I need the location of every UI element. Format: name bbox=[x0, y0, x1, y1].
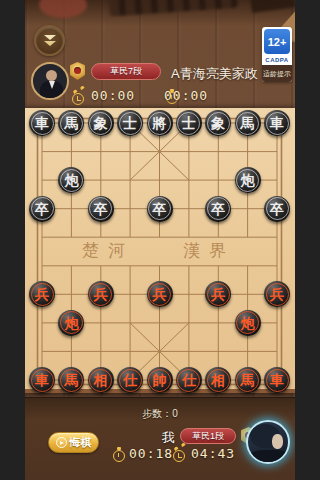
opponent-rank-medal-icon bbox=[70, 62, 85, 80]
piece-red-兵[interactable]: 兵 bbox=[147, 281, 173, 307]
avatar-head bbox=[46, 70, 57, 81]
age-rating-number: 12+ bbox=[264, 29, 290, 54]
piece-red-炮[interactable]: 炮 bbox=[58, 310, 84, 336]
piece-black-卒[interactable]: 卒 bbox=[88, 196, 114, 222]
game-screen: 12+ CADPA 适龄提示 草民7段 A青海亮美家政 00:00 00:00 bbox=[25, 0, 295, 480]
piece-red-車[interactable]: 車 bbox=[264, 367, 290, 393]
piece-black-將[interactable]: 將 bbox=[147, 110, 173, 136]
piece-red-帥[interactable]: 帥 bbox=[147, 367, 173, 393]
stopwatch-icon bbox=[111, 447, 126, 463]
chevron-down-icon bbox=[44, 41, 56, 46]
alarm-clock-icon bbox=[172, 447, 187, 462]
piece-red-仕[interactable]: 仕 bbox=[117, 367, 143, 393]
my-rank-badge: 草民1段 bbox=[180, 428, 236, 444]
piece-red-仕[interactable]: 仕 bbox=[176, 367, 202, 393]
piece-red-兵[interactable]: 兵 bbox=[88, 281, 114, 307]
move-counter-label: 步数： bbox=[142, 408, 172, 419]
piece-black-卒[interactable]: 卒 bbox=[264, 196, 290, 222]
piece-red-車[interactable]: 車 bbox=[29, 367, 55, 393]
piece-black-炮[interactable]: 炮 bbox=[235, 167, 261, 193]
piece-black-卒[interactable]: 卒 bbox=[29, 196, 55, 222]
piece-red-兵[interactable]: 兵 bbox=[205, 281, 231, 307]
opponent-avatar[interactable] bbox=[31, 62, 69, 100]
xiangqi-board[interactable]: 楚河 漢界 車馬象士將士象馬車炮炮卒卒卒卒卒兵兵兵兵兵炮炮車馬相仕帥仕相馬車 bbox=[25, 108, 295, 393]
piece-black-車[interactable]: 車 bbox=[29, 110, 55, 136]
piece-red-馬[interactable]: 馬 bbox=[235, 367, 261, 393]
move-counter-value: 0 bbox=[172, 408, 178, 419]
piece-black-卒[interactable]: 卒 bbox=[205, 196, 231, 222]
my-move-timer: 00:18 bbox=[129, 446, 173, 461]
opponent-move-timer: 00:00 bbox=[164, 88, 208, 103]
piece-black-士[interactable]: 士 bbox=[176, 110, 202, 136]
piece-red-炮[interactable]: 炮 bbox=[235, 310, 261, 336]
my-player-label: 我 bbox=[162, 429, 175, 447]
bottom-panel: 步数：0 悔棋 我 草民1段 00:18 04:43 bbox=[25, 397, 295, 480]
opponent-total-timer: 00:00 bbox=[91, 88, 135, 103]
age-rating-badge: 12+ CADPA 适龄提示 bbox=[262, 27, 292, 82]
my-avatar[interactable] bbox=[246, 420, 290, 464]
piece-black-馬[interactable]: 馬 bbox=[58, 110, 84, 136]
move-counter: 步数：0 bbox=[25, 407, 295, 421]
opponent-name: A青海亮美家政 bbox=[171, 65, 258, 83]
piece-black-象[interactable]: 象 bbox=[205, 110, 231, 136]
age-rating-label: 适龄提示 bbox=[262, 65, 292, 82]
piece-red-相[interactable]: 相 bbox=[88, 367, 114, 393]
piece-black-士[interactable]: 士 bbox=[117, 110, 143, 136]
piece-black-馬[interactable]: 馬 bbox=[235, 110, 261, 136]
undo-icon bbox=[56, 437, 67, 448]
chevron-down-icon bbox=[44, 35, 56, 40]
avatar-shoulder bbox=[248, 450, 290, 464]
alarm-clock-icon bbox=[71, 90, 86, 105]
age-rating-org: CADPA bbox=[265, 54, 288, 65]
opponent-rank-badge: 草民7段 bbox=[91, 63, 161, 80]
piece-red-兵[interactable]: 兵 bbox=[29, 281, 55, 307]
piece-black-車[interactable]: 車 bbox=[264, 110, 290, 136]
piece-black-炮[interactable]: 炮 bbox=[58, 167, 84, 193]
avatar-face bbox=[272, 434, 283, 449]
collapse-menu-button[interactable] bbox=[34, 25, 65, 56]
my-total-timer: 04:43 bbox=[191, 446, 235, 461]
undo-move-button[interactable]: 悔棋 bbox=[48, 432, 99, 453]
undo-button-label: 悔棋 bbox=[70, 435, 92, 450]
pieces-layer: 車馬象士將士象馬車炮炮卒卒卒卒卒兵兵兵兵兵炮炮車馬相仕帥仕相馬車 bbox=[25, 108, 295, 389]
piece-black-象[interactable]: 象 bbox=[88, 110, 114, 136]
piece-red-兵[interactable]: 兵 bbox=[264, 281, 290, 307]
piece-black-卒[interactable]: 卒 bbox=[147, 196, 173, 222]
